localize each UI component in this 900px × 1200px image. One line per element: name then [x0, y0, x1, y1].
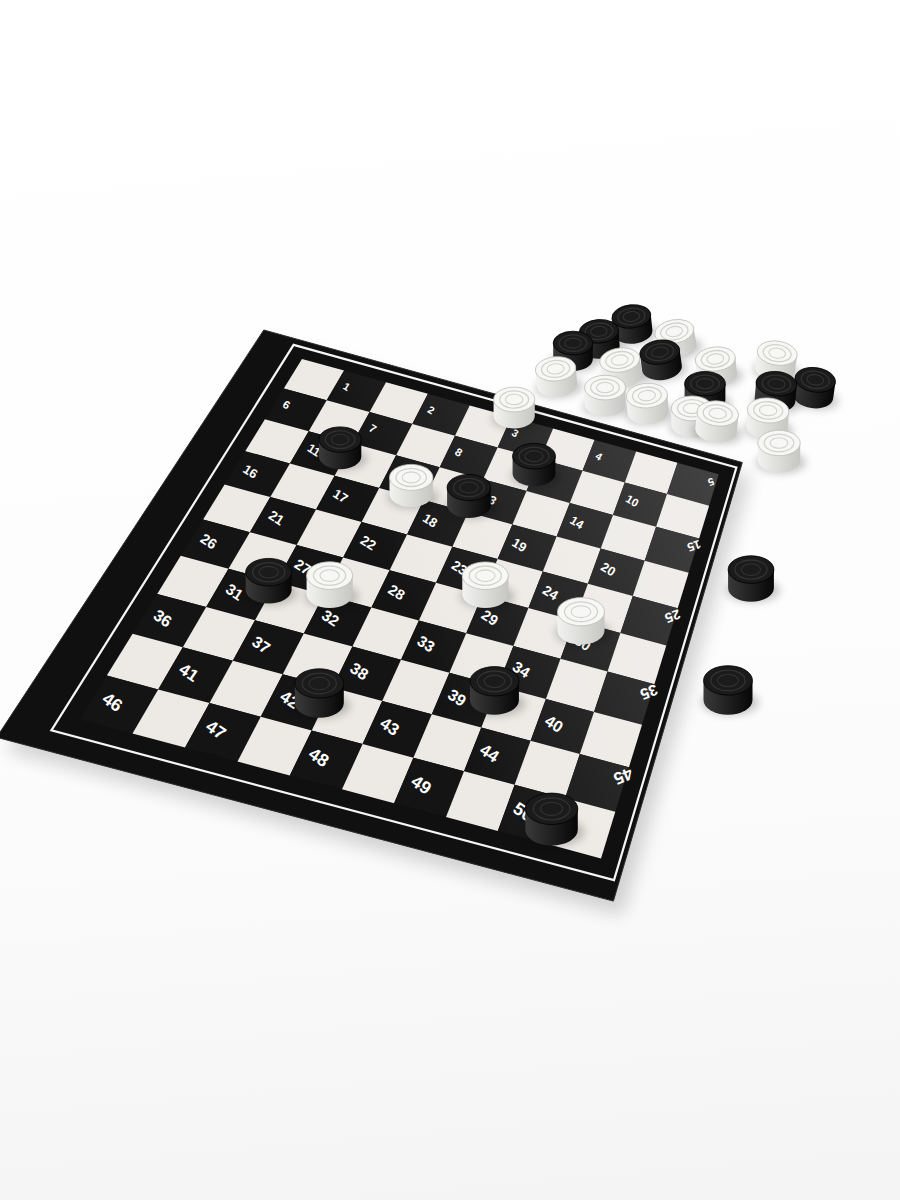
scene: 1234567891011121314151617181920212223242…	[0, 0, 900, 1200]
draughts-board-photo: 1234567891011121314151617181920212223242…	[0, 0, 900, 1200]
off-board-white-piece[interactable]	[692, 399, 745, 446]
off-board-black-piece[interactable]	[701, 666, 759, 715]
off-board-black-piece[interactable]	[726, 556, 780, 602]
white-piece-on-3[interactable]	[492, 387, 541, 429]
off-board-white-piece[interactable]	[756, 430, 806, 473]
off-board-white-piece[interactable]	[624, 382, 675, 427]
